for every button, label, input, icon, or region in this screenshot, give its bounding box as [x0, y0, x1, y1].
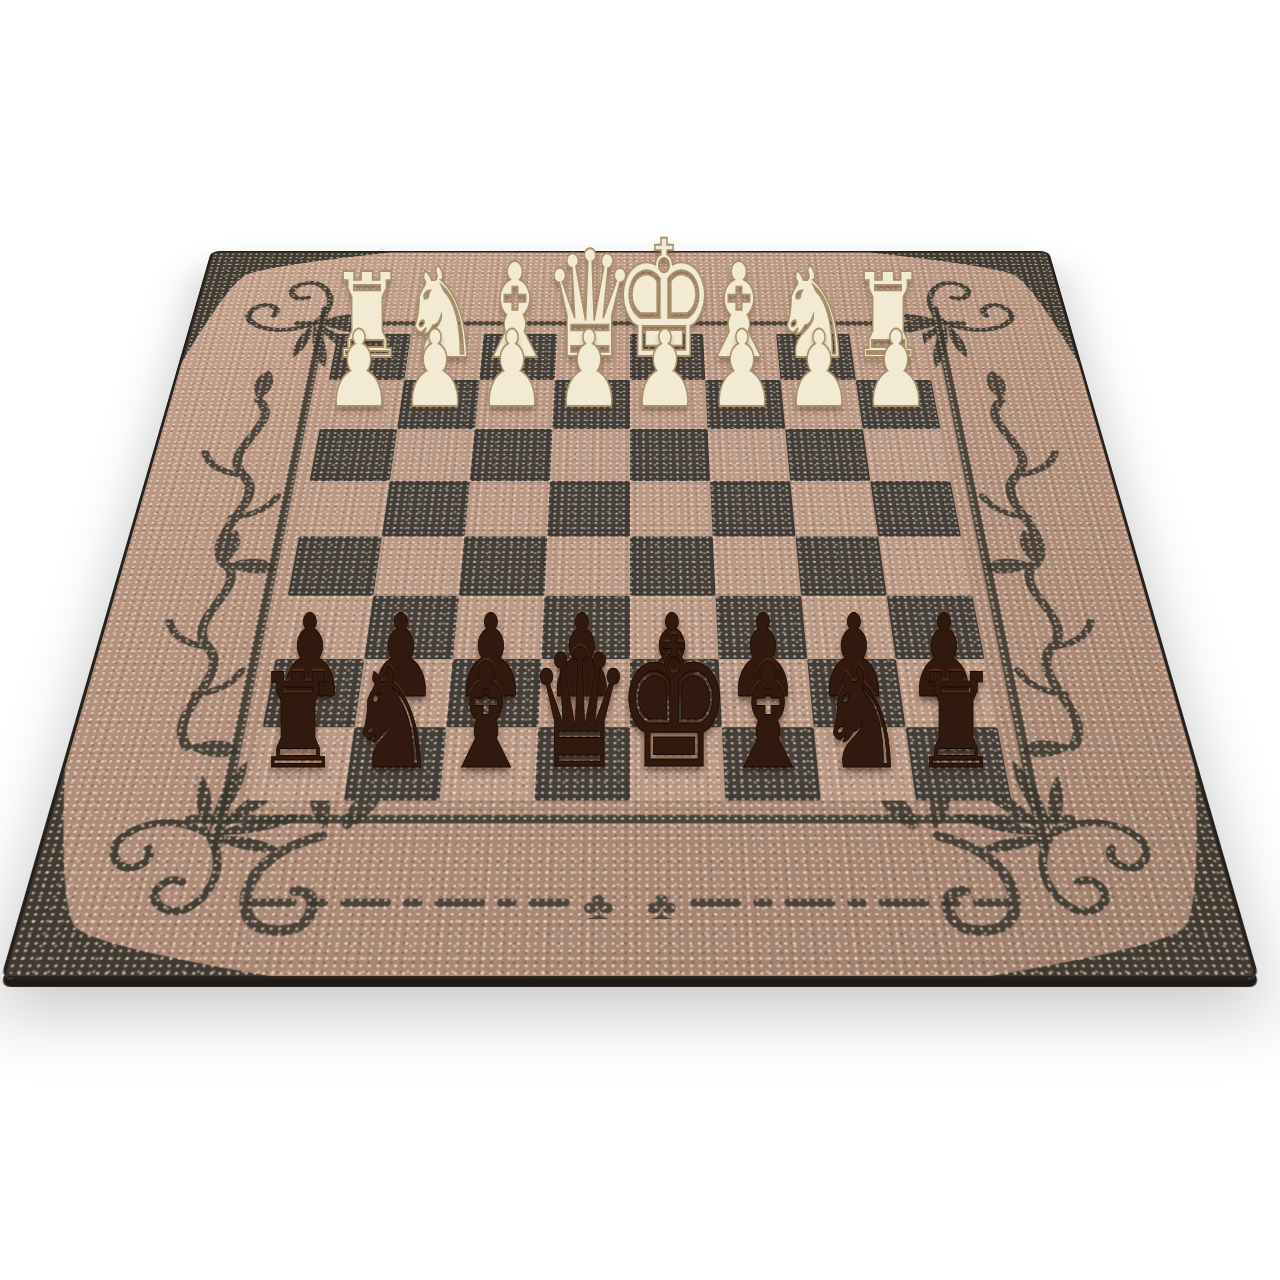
piece-black-rook[interactable]: ♜	[256, 656, 341, 787]
piece-white-pawn[interactable]: ♟	[554, 316, 623, 422]
square-c5[interactable]	[459, 536, 547, 595]
piece-white-pawn[interactable]: ♟	[861, 316, 930, 422]
square-e4[interactable]	[630, 481, 713, 536]
photo-background: ♣ ♣ ♜♞♝♛♚♝♞♜♟♟♟♟♟♟♟♟♟♟♟♟♟♟♟♟♜♞♝♛♚♝♞♜	[0, 0, 1280, 1280]
club-motif-icon: ♣	[582, 882, 614, 928]
square-e3[interactable]	[630, 429, 710, 481]
square-h3[interactable]	[863, 429, 951, 481]
piece-white-pawn[interactable]: ♟	[324, 316, 393, 422]
square-h4[interactable]	[870, 481, 961, 536]
piece-black-bishop[interactable]: ♝	[439, 644, 533, 790]
divider-dashed-line: ♣ ♣	[246, 882, 1013, 928]
piece-white-pawn[interactable]: ♟	[478, 316, 547, 422]
square-c4[interactable]	[465, 481, 550, 536]
square-a5[interactable]	[288, 536, 382, 595]
square-g3[interactable]	[785, 429, 870, 481]
piece-white-pawn[interactable]: ♟	[401, 316, 470, 422]
square-f3[interactable]	[708, 429, 791, 481]
square-f4[interactable]	[710, 481, 795, 536]
square-d4[interactable]	[547, 481, 630, 536]
piece-black-bishop[interactable]: ♝	[721, 644, 815, 790]
piece-white-pawn[interactable]: ♟	[708, 316, 777, 422]
square-a4[interactable]	[299, 481, 390, 536]
square-g5[interactable]	[795, 536, 886, 595]
square-b3[interactable]	[390, 429, 475, 481]
square-a3[interactable]	[310, 429, 398, 481]
square-d5[interactable]	[544, 536, 630, 595]
piece-black-knight[interactable]: ♞	[347, 649, 437, 789]
piece-black-king[interactable]: ♚	[616, 614, 732, 794]
square-d3[interactable]	[550, 429, 630, 481]
square-h5[interactable]	[878, 536, 972, 595]
piece-white-pawn[interactable]: ♟	[631, 316, 700, 422]
piece-black-knight[interactable]: ♞	[817, 649, 907, 789]
square-g4[interactable]	[790, 481, 878, 536]
square-b4[interactable]	[382, 481, 470, 536]
club-motif-icon: ♣	[645, 882, 677, 928]
piece-black-rook[interactable]: ♜	[914, 656, 999, 787]
square-b5[interactable]	[373, 536, 464, 595]
square-e5[interactable]	[630, 536, 716, 595]
square-f5[interactable]	[713, 536, 801, 595]
square-c3[interactable]	[470, 429, 553, 481]
piece-white-pawn[interactable]: ♟	[785, 316, 854, 422]
